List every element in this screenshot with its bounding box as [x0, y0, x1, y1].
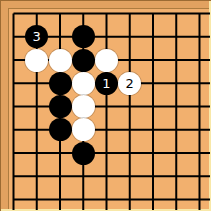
stone-black	[49, 95, 72, 118]
move-number-label: 1	[102, 76, 110, 89]
stone-white	[72, 72, 95, 95]
stone-black	[72, 49, 95, 72]
stone-white	[72, 118, 95, 141]
stone-black	[49, 118, 72, 141]
stone-white	[95, 49, 118, 72]
stone-white-move-2: 2	[118, 72, 141, 95]
move-number-label: 3	[33, 30, 41, 43]
go-board: 312	[8, 8, 209, 209]
move-number-label: 2	[126, 76, 134, 89]
stone-white	[49, 49, 72, 72]
stone-white	[25, 49, 48, 72]
stone-black	[49, 72, 72, 95]
stone-black-move-1: 1	[95, 72, 118, 95]
diagram-frame: 312	[0, 0, 211, 211]
stone-white	[72, 95, 95, 118]
stone-black	[72, 142, 95, 165]
stone-black	[72, 25, 95, 48]
